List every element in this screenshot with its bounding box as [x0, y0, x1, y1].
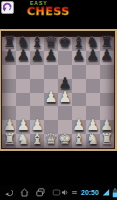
piece-white-king: ♚ — [58, 133, 72, 147]
piece-white-bishop: ♝ — [72, 133, 86, 147]
square-b5[interactable] — [16, 79, 30, 93]
square-e1[interactable]: ♚ — [58, 134, 72, 148]
square-a6[interactable] — [2, 65, 16, 79]
piece-black-pawn: ♟ — [44, 49, 58, 63]
square-h1[interactable]: ♜ — [100, 134, 114, 148]
piece-white-knight: ♞ — [16, 133, 30, 147]
square-g7[interactable]: ♟ — [86, 51, 100, 65]
system-navigation-bar: 20:50 — [0, 185, 117, 200]
square-c7[interactable]: ♟ — [30, 51, 44, 65]
recents-button[interactable] — [36, 188, 45, 197]
piece-black-pawn: ♟ — [2, 49, 16, 63]
android-screen: EASY CHESS ♜♞♝♛♚♝♞♜♟♟♟♟♟♟♟♟♟♟♟♟♟♟♟♟♜♞♝♛♚… — [0, 0, 117, 200]
square-f5[interactable] — [72, 79, 86, 93]
square-d3[interactable] — [44, 106, 58, 120]
square-g5[interactable] — [86, 79, 100, 93]
square-d1[interactable]: ♛ — [44, 134, 58, 148]
nav-buttons — [4, 188, 61, 197]
square-f6[interactable] — [72, 65, 86, 79]
app-title: EASY CHESS — [27, 0, 70, 17]
back-icon — [4, 188, 13, 197]
square-b4[interactable] — [16, 93, 30, 107]
menu-button[interactable] — [52, 188, 61, 197]
signal-icon — [102, 188, 110, 197]
square-h4[interactable] — [100, 93, 114, 107]
chessboard-frame: ♜♞♝♛♚♝♞♜♟♟♟♟♟♟♟♟♟♟♟♟♟♟♟♟♜♞♝♛♚♝♞♜ — [0, 29, 117, 151]
square-a1[interactable]: ♜ — [2, 134, 16, 148]
square-c5[interactable] — [30, 79, 44, 93]
piece-white-queen: ♛ — [44, 133, 58, 147]
square-a7[interactable]: ♟ — [2, 51, 16, 65]
undo-button[interactable] — [1, 1, 14, 14]
square-c6[interactable] — [30, 65, 44, 79]
square-h5[interactable] — [100, 79, 114, 93]
square-e8[interactable]: ♚ — [58, 37, 72, 51]
piece-black-pawn: ♟ — [72, 49, 86, 63]
chessboard[interactable]: ♜♞♝♛♚♝♞♜♟♟♟♟♟♟♟♟♟♟♟♟♟♟♟♟♜♞♝♛♚♝♞♜ — [2, 37, 113, 148]
piece-black-pawn: ♟ — [100, 49, 114, 63]
piece-white-pawn: ♟ — [44, 91, 58, 105]
undo-curved-arrow-icon — [2, 2, 13, 13]
square-g1[interactable]: ♞ — [86, 134, 100, 148]
recents-icon — [36, 188, 45, 197]
app-title-chess: CHESS — [27, 6, 70, 17]
home-icon — [20, 188, 29, 197]
piece-white-bishop: ♝ — [30, 133, 44, 147]
volume-icon — [61, 188, 69, 197]
square-c1[interactable]: ♝ — [30, 134, 44, 148]
square-f4[interactable] — [72, 93, 86, 107]
piece-white-rook: ♜ — [2, 133, 16, 147]
square-h6[interactable] — [100, 65, 114, 79]
menu-icon — [52, 188, 61, 197]
status-area: 20:50 — [61, 185, 117, 200]
square-d6[interactable] — [44, 65, 58, 79]
piece-black-king: ♚ — [58, 36, 72, 50]
piece-black-pawn: ♟ — [30, 49, 44, 63]
piece-white-knight: ♞ — [86, 133, 100, 147]
square-h7[interactable]: ♟ — [100, 51, 114, 65]
title-bar: EASY CHESS — [0, 0, 117, 17]
square-g6[interactable] — [86, 65, 100, 79]
square-b6[interactable] — [16, 65, 30, 79]
notification-icon — [71, 188, 78, 197]
square-f1[interactable]: ♝ — [72, 134, 86, 148]
square-a5[interactable] — [2, 79, 16, 93]
square-b7[interactable]: ♟ — [16, 51, 30, 65]
square-e3[interactable] — [58, 106, 72, 120]
square-c4[interactable] — [30, 93, 44, 107]
back-button[interactable] — [4, 188, 13, 197]
square-e7[interactable] — [58, 51, 72, 65]
square-d4[interactable]: ♟ — [44, 93, 58, 107]
battery-icon — [112, 188, 117, 198]
piece-black-pawn: ♟ — [86, 49, 100, 63]
home-button[interactable] — [20, 188, 29, 197]
square-b1[interactable]: ♞ — [16, 134, 30, 148]
square-f7[interactable]: ♟ — [72, 51, 86, 65]
square-d7[interactable]: ♟ — [44, 51, 58, 65]
square-a4[interactable] — [2, 93, 16, 107]
piece-white-pawn: ♟ — [58, 91, 72, 105]
square-e4[interactable]: ♟ — [58, 93, 72, 107]
clock: 20:50 — [81, 185, 99, 200]
piece-black-pawn: ♟ — [16, 49, 30, 63]
square-g4[interactable] — [86, 93, 100, 107]
piece-white-rook: ♜ — [100, 133, 114, 147]
